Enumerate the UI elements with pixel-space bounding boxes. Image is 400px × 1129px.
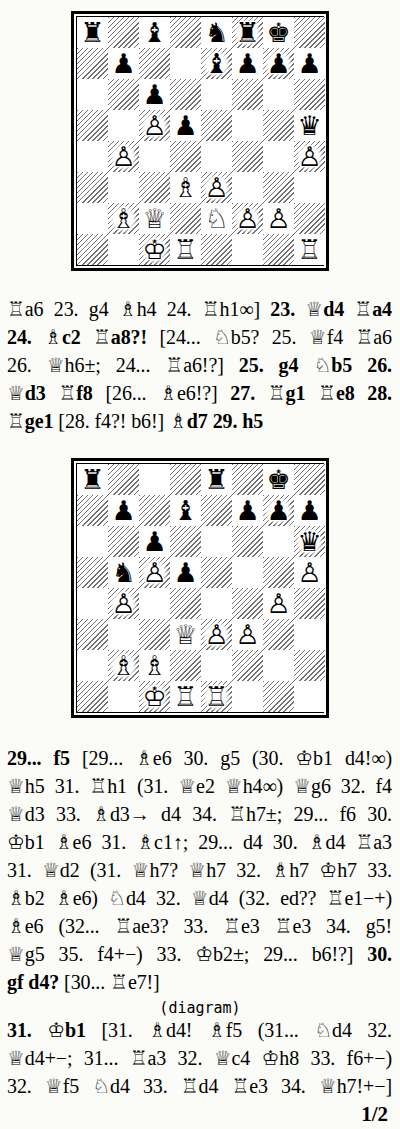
white-pawn: ♙ [232, 619, 263, 650]
move-variation: ♔b1 ♗e6 31. ♗c1↑; 29... d4 30. ♗d4 ♖a3 [7, 831, 392, 853]
square-h2 [294, 203, 325, 234]
move-variation: 32. ♕f5 ♘d4 33. ♖d4 ♖e3 34. ♕h7!+−] [7, 1075, 392, 1097]
text-line: ♕g5 35. f4+−) 33. ♔b2±; 29... b6!?] 30. [7, 941, 392, 969]
chess-diagram-1: ♜♝♞♜♚♟♝♟♟♟♟♙♟♛♙♙♗♙♗♕♘♙♙♔♖♖ [71, 11, 329, 271]
square-a1 [77, 681, 108, 712]
square-d6 [170, 79, 201, 110]
square-d5: ♟ [170, 557, 201, 588]
square-a4 [77, 141, 108, 172]
square-a6 [77, 526, 108, 557]
square-a5 [77, 110, 108, 141]
text-line: gf d4? [30... ♖e7!] [7, 969, 392, 997]
square-c6: ♟ [139, 79, 170, 110]
book-page: ♜♝♞♜♚♟♝♟♟♟♟♙♟♛♙♙♗♙♗♕♘♙♙♔♖♖ ♖a6 23. g4 ♗h… [0, 11, 400, 1129]
white-queen: ♕ [170, 619, 201, 650]
square-e1 [201, 234, 232, 265]
white-rook: ♖ [294, 234, 325, 265]
black-rook: ♜ [232, 17, 263, 48]
square-e3: ♙ [201, 619, 232, 650]
move-main: 30. [367, 943, 392, 965]
black-bishop: ♝ [170, 495, 201, 526]
square-c7 [139, 48, 170, 79]
move-variation: [30... ♖e7!] [59, 971, 160, 993]
white-pawn: ♙ [201, 172, 232, 203]
black-pawn: ♟ [232, 495, 263, 526]
square-d4 [170, 588, 201, 619]
square-c4 [139, 588, 170, 619]
move-variation: ♕h5 31. ♖h1 (31. ♕e2 ♕h4∞) ♕g6 32. f4 [7, 775, 392, 797]
square-h2 [294, 650, 325, 681]
square-e6 [201, 526, 232, 557]
diagram-caption: (diagram) [0, 999, 400, 1017]
black-bishop: ♝ [139, 17, 170, 48]
white-pawn: ♙ [139, 110, 170, 141]
square-h6 [294, 79, 325, 110]
black-queen: ♛ [294, 110, 325, 141]
move-variation: ♕d4+−; 31... ♖a3 32. ♕c4 ♔h8 33. f6+−) [7, 1047, 392, 1069]
square-f7: ♟ [232, 495, 263, 526]
square-d7: ♝ [170, 495, 201, 526]
square-b7: ♟ [108, 48, 139, 79]
square-g4: ♙ [263, 588, 294, 619]
square-h5: ♙ [294, 557, 325, 588]
square-a3 [77, 619, 108, 650]
move-variation: ♖a6 23. g4 ♗h4 24. ♖h1∞] [7, 298, 270, 320]
white-bishop: ♗ [108, 203, 139, 234]
square-g8: ♚ [263, 464, 294, 495]
square-e4 [201, 141, 232, 172]
square-c4 [139, 141, 170, 172]
move-variation: ♗b2 ♗e6) ♘d4 32. ♕d4 (32. ed?? ♖e1−+) [7, 887, 392, 909]
square-b3 [108, 172, 139, 203]
square-g1 [263, 681, 294, 712]
black-pawn: ♟ [294, 48, 325, 79]
square-g2: ♙ [263, 203, 294, 234]
square-b3 [108, 619, 139, 650]
white-rook: ♖ [170, 681, 201, 712]
move-main: gf d4? [7, 971, 59, 993]
text-line: ♔b1 ♗e6 31. ♗c1↑; 29... d4 30. ♗d4 ♖a3 [7, 829, 392, 857]
chess-board-2: ♜♜♚♟♝♟♟♟♟♛♞♙♟♙♙♙♕♙♙♗♗♔♖♖ [76, 463, 324, 713]
text-line: ♖ge1 [28. f4?! b6!] ♗d7 29. h5 [7, 408, 392, 436]
white-king: ♔ [139, 681, 170, 712]
white-pawn: ♙ [263, 588, 294, 619]
square-d8 [170, 464, 201, 495]
square-c6: ♟ [139, 526, 170, 557]
square-b6 [108, 526, 139, 557]
black-pawn: ♟ [294, 495, 325, 526]
text-line: ♗b2 ♗e6) ♘d4 32. ♕d4 (32. ed?? ♖e1−+) [7, 885, 392, 913]
square-a2 [77, 203, 108, 234]
black-king: ♚ [263, 464, 294, 495]
square-f5 [232, 110, 263, 141]
move-main: 31. ♔b1 [7, 1019, 86, 1041]
white-pawn: ♙ [294, 141, 325, 172]
square-f8 [232, 464, 263, 495]
square-d3: ♗ [170, 172, 201, 203]
black-pawn: ♟ [263, 495, 294, 526]
annotation-block-2: 29... f5 [29... ♗e6 30. g5 (30. ♔b1 d4!∞… [0, 745, 400, 996]
square-h7: ♟ [294, 48, 325, 79]
black-queen: ♛ [294, 526, 325, 557]
square-a3 [77, 172, 108, 203]
square-e2 [201, 650, 232, 681]
square-h4: ♙ [294, 141, 325, 172]
square-a4 [77, 588, 108, 619]
black-knight: ♞ [108, 557, 139, 588]
square-b5 [108, 110, 139, 141]
square-f5 [232, 557, 263, 588]
square-c7 [139, 495, 170, 526]
white-queen: ♕ [139, 203, 170, 234]
square-g2 [263, 650, 294, 681]
square-g3 [263, 619, 294, 650]
move-main: ♖ge1 [7, 410, 53, 432]
square-e5 [201, 557, 232, 588]
square-e2: ♘ [201, 203, 232, 234]
text-line: 31. ♕d2 (31. ♕h7? ♕h7 32. ♗h7 ♔h7 33. [7, 857, 392, 885]
chess-diagram-2: ♜♜♚♟♝♟♟♟♟♛♞♙♟♙♙♙♕♙♙♗♗♔♖♖ [71, 458, 329, 718]
square-b5: ♞ [108, 557, 139, 588]
white-pawn: ♙ [263, 203, 294, 234]
square-b2: ♗ [108, 650, 139, 681]
black-knight: ♞ [201, 17, 232, 48]
move-variation: ♕d3 33. ♗d3→ d4 34. ♖h7±; 29... f6 30. [7, 803, 392, 825]
square-b4: ♙ [108, 141, 139, 172]
game-result: 1/2 [0, 1102, 400, 1126]
move-variation: [24... ♘b5? 25. ♕f4 ♖a6 [147, 326, 392, 348]
move-variation: [31. ♗d4! ♗f5 (31... ♘d4 32. [86, 1019, 392, 1041]
square-h5: ♛ [294, 110, 325, 141]
move-variation: [26... ♗e6!?] [93, 382, 231, 404]
square-g1 [263, 234, 294, 265]
text-line: 32. ♕f5 ♘d4 33. ♖d4 ♖e3 34. ♕h7!+−] [7, 1073, 392, 1101]
square-a2 [77, 650, 108, 681]
square-c1: ♔ [139, 234, 170, 265]
square-b4: ♙ [108, 588, 139, 619]
chess-board-1: ♜♝♞♜♚♟♝♟♟♟♟♙♟♛♙♙♗♙♗♕♘♙♙♔♖♖ [76, 16, 324, 266]
move-variation: [29... ♗e6 30. g5 (30. ♔b1 d4!∞) [70, 747, 392, 769]
text-line: 31. ♔b1 [31. ♗d4! ♗f5 (31... ♘d4 32. [7, 1017, 392, 1045]
text-line: ♖a6 23. g4 ♗h4 24. ♖h1∞] 23. ♕d4 ♖a4 [7, 296, 392, 324]
square-b8 [108, 464, 139, 495]
square-e1: ♖ [201, 681, 232, 712]
square-a7 [77, 48, 108, 79]
text-line: ♕d4+−; 31... ♖a3 32. ♕c4 ♔h8 33. f6+−) [7, 1045, 392, 1073]
black-king: ♚ [263, 17, 294, 48]
square-a1 [77, 234, 108, 265]
square-g8: ♚ [263, 17, 294, 48]
black-pawn: ♟ [108, 495, 139, 526]
white-pawn: ♙ [139, 557, 170, 588]
annotation-block-3: 31. ♔b1 [31. ♗d4! ♗f5 (31... ♘d4 32.♕d4+… [0, 1017, 400, 1101]
move-main: ♗d7 29. h5 [169, 410, 263, 432]
annotation-block-1: ♖a6 23. g4 ♗h4 24. ♖h1∞] 23. ♕d4 ♖a424. … [0, 296, 400, 435]
square-e7: ♝ [201, 48, 232, 79]
square-h8 [294, 464, 325, 495]
square-b7: ♟ [108, 495, 139, 526]
square-d7 [170, 48, 201, 79]
square-a8: ♜ [77, 464, 108, 495]
move-main: 23. ♕d4 ♖a4 [270, 298, 392, 320]
square-b2: ♗ [108, 203, 139, 234]
square-e5 [201, 110, 232, 141]
text-line: 29... f5 [29... ♗e6 30. g5 (30. ♔b1 d4!∞… [7, 745, 392, 773]
square-f4 [232, 141, 263, 172]
black-pawn: ♟ [139, 526, 170, 557]
square-e4 [201, 588, 232, 619]
move-main: 27. ♖g1 ♖e8 28. [230, 382, 392, 404]
square-e3: ♙ [201, 172, 232, 203]
move-main: 24. ♗c2 ♖a8?! [7, 326, 147, 348]
square-a8: ♜ [77, 17, 108, 48]
white-pawn: ♙ [294, 557, 325, 588]
square-d3: ♕ [170, 619, 201, 650]
square-f1 [232, 681, 263, 712]
white-pawn: ♙ [201, 619, 232, 650]
move-variation: 31. ♕d2 (31. ♕h7? ♕h7 32. ♗h7 ♔h7 33. [7, 859, 392, 881]
move-main: ♕d3 ♖f8 [7, 382, 93, 404]
square-d1: ♖ [170, 681, 201, 712]
square-f7: ♟ [232, 48, 263, 79]
white-pawn: ♙ [108, 141, 139, 172]
square-f3 [232, 172, 263, 203]
move-main: 29... f5 [7, 747, 70, 769]
square-a6 [77, 79, 108, 110]
white-rook: ♖ [170, 234, 201, 265]
square-b6 [108, 79, 139, 110]
square-g7: ♟ [263, 48, 294, 79]
white-knight: ♘ [201, 203, 232, 234]
black-pawn: ♟ [170, 557, 201, 588]
white-bishop: ♗ [108, 650, 139, 681]
square-f1 [232, 234, 263, 265]
square-f6 [232, 79, 263, 110]
square-c8 [139, 464, 170, 495]
white-rook: ♖ [201, 681, 232, 712]
white-pawn: ♙ [232, 203, 263, 234]
square-c5: ♙ [139, 557, 170, 588]
black-pawn: ♟ [108, 48, 139, 79]
square-c3 [139, 619, 170, 650]
square-f6 [232, 526, 263, 557]
black-pawn: ♟ [139, 79, 170, 110]
square-c5: ♙ [139, 110, 170, 141]
black-rook: ♜ [77, 464, 108, 495]
square-h1 [294, 681, 325, 712]
move-variation: [28. f4?! b6!] [53, 410, 169, 432]
square-g5 [263, 557, 294, 588]
square-c8: ♝ [139, 17, 170, 48]
square-a5 [77, 557, 108, 588]
text-line: ♕d3 33. ♗d3→ d4 34. ♖h7±; 29... f6 30. [7, 801, 392, 829]
black-pawn: ♟ [232, 48, 263, 79]
square-b8 [108, 17, 139, 48]
square-g6 [263, 526, 294, 557]
square-e6 [201, 79, 232, 110]
square-a7 [77, 495, 108, 526]
square-f2: ♙ [232, 203, 263, 234]
move-variation: 26. ♕h6±; 24... ♖a6!?] [7, 354, 239, 376]
black-pawn: ♟ [263, 48, 294, 79]
text-line: 24. ♗c2 ♖a8?! [24... ♘b5? 25. ♕f4 ♖a6 [7, 324, 392, 352]
square-f2 [232, 650, 263, 681]
square-f4 [232, 588, 263, 619]
square-d2 [170, 650, 201, 681]
square-h3 [294, 619, 325, 650]
square-h7: ♟ [294, 495, 325, 526]
square-c2: ♕ [139, 203, 170, 234]
square-g3 [263, 172, 294, 203]
move-variation: ♗e6 (32... ♖ae3? 33. ♖e3 ♖e3 34. g5! [7, 915, 392, 937]
square-h8 [294, 17, 325, 48]
square-e8: ♞ [201, 17, 232, 48]
black-bishop: ♝ [201, 48, 232, 79]
square-e8: ♜ [201, 464, 232, 495]
square-d1: ♖ [170, 234, 201, 265]
move-main: 25. g4 ♘b5 26. [239, 354, 392, 376]
square-c2: ♗ [139, 650, 170, 681]
white-king: ♔ [139, 234, 170, 265]
square-e7 [201, 495, 232, 526]
square-d5: ♟ [170, 110, 201, 141]
square-f3: ♙ [232, 619, 263, 650]
square-g6 [263, 79, 294, 110]
white-bishop: ♗ [170, 172, 201, 203]
square-d6 [170, 526, 201, 557]
white-bishop: ♗ [139, 650, 170, 681]
square-b1 [108, 234, 139, 265]
square-h3 [294, 172, 325, 203]
square-d4 [170, 141, 201, 172]
text-line: ♕d3 ♖f8 [26... ♗e6!?] 27. ♖g1 ♖e8 28. [7, 380, 392, 408]
move-variation: ♕g5 35. f4+−) 33. ♔b2±; 29... b6!?] [7, 943, 367, 965]
square-f8: ♜ [232, 17, 263, 48]
white-pawn: ♙ [108, 588, 139, 619]
square-h6: ♛ [294, 526, 325, 557]
text-line: ♗e6 (32... ♖ae3? 33. ♖e3 ♖e3 34. g5! [7, 913, 392, 941]
square-c1: ♔ [139, 681, 170, 712]
square-g5 [263, 110, 294, 141]
square-g7: ♟ [263, 495, 294, 526]
black-pawn: ♟ [170, 110, 201, 141]
square-g4 [263, 141, 294, 172]
square-c3 [139, 172, 170, 203]
square-d8 [170, 17, 201, 48]
square-b1 [108, 681, 139, 712]
square-h1: ♖ [294, 234, 325, 265]
text-line: ♕h5 31. ♖h1 (31. ♕e2 ♕h4∞) ♕g6 32. f4 [7, 773, 392, 801]
square-h4 [294, 588, 325, 619]
square-d2 [170, 203, 201, 234]
black-rook: ♜ [77, 17, 108, 48]
text-line: 26. ♕h6±; 24... ♖a6!?] 25. g4 ♘b5 26. [7, 352, 392, 380]
black-rook: ♜ [201, 464, 232, 495]
